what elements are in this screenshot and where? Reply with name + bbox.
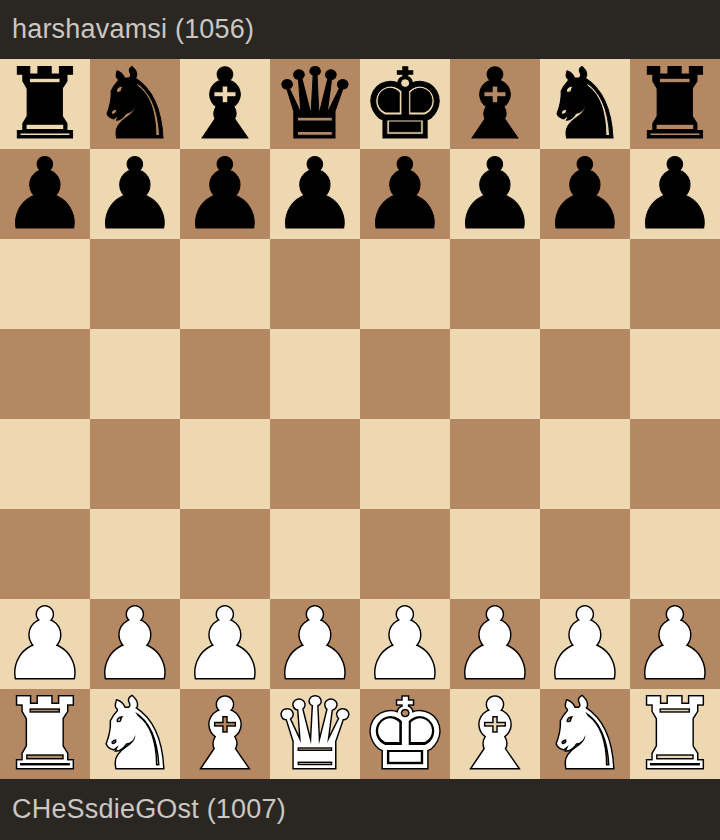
square-d7[interactable]: ♟ — [270, 149, 360, 239]
square-f4[interactable] — [450, 419, 540, 509]
square-c4[interactable] — [180, 419, 270, 509]
black-pawn[interactable]: ♟ — [271, 149, 359, 239]
square-a3[interactable] — [0, 509, 90, 599]
square-e5[interactable] — [360, 329, 450, 419]
black-pawn[interactable]: ♟ — [1, 149, 89, 239]
white-knight[interactable]: ♞ — [541, 689, 629, 779]
black-pawn[interactable]: ♟ — [181, 149, 269, 239]
square-e7[interactable]: ♟ — [360, 149, 450, 239]
black-pawn[interactable]: ♟ — [91, 149, 179, 239]
white-pawn[interactable]: ♟ — [1, 599, 89, 689]
square-h8[interactable]: ♜ — [630, 59, 720, 149]
square-h5[interactable] — [630, 329, 720, 419]
square-g1[interactable]: ♞ — [540, 689, 630, 779]
white-pawn[interactable]: ♟ — [91, 599, 179, 689]
white-king[interactable]: ♚ — [361, 689, 449, 779]
square-b3[interactable] — [90, 509, 180, 599]
square-d4[interactable] — [270, 419, 360, 509]
white-pawn[interactable]: ♟ — [271, 599, 359, 689]
black-rook[interactable]: ♜ — [1, 59, 89, 149]
square-b7[interactable]: ♟ — [90, 149, 180, 239]
white-pawn[interactable]: ♟ — [361, 599, 449, 689]
square-b8[interactable]: ♞ — [90, 59, 180, 149]
square-d6[interactable] — [270, 239, 360, 329]
white-queen[interactable]: ♛ — [271, 689, 359, 779]
black-bishop[interactable]: ♝ — [181, 59, 269, 149]
square-e4[interactable] — [360, 419, 450, 509]
square-h1[interactable]: ♜ — [630, 689, 720, 779]
square-e1[interactable]: ♚ — [360, 689, 450, 779]
black-knight[interactable]: ♞ — [91, 59, 179, 149]
square-a6[interactable] — [0, 239, 90, 329]
square-h3[interactable] — [630, 509, 720, 599]
white-bishop[interactable]: ♝ — [451, 689, 539, 779]
square-a7[interactable]: ♟ — [0, 149, 90, 239]
white-pawn[interactable]: ♟ — [181, 599, 269, 689]
square-b5[interactable] — [90, 329, 180, 419]
top-player-name-rating: harshavamsi (1056) — [12, 14, 254, 45]
square-g8[interactable]: ♞ — [540, 59, 630, 149]
black-king[interactable]: ♚ — [361, 59, 449, 149]
square-c1[interactable]: ♝ — [180, 689, 270, 779]
black-pawn[interactable]: ♟ — [451, 149, 539, 239]
square-g3[interactable] — [540, 509, 630, 599]
square-f2[interactable]: ♟ — [450, 599, 540, 689]
square-h4[interactable] — [630, 419, 720, 509]
square-f7[interactable]: ♟ — [450, 149, 540, 239]
square-h7[interactable]: ♟ — [630, 149, 720, 239]
white-rook[interactable]: ♜ — [631, 689, 719, 779]
square-b1[interactable]: ♞ — [90, 689, 180, 779]
square-h2[interactable]: ♟ — [630, 599, 720, 689]
black-pawn[interactable]: ♟ — [361, 149, 449, 239]
square-c7[interactable]: ♟ — [180, 149, 270, 239]
chess-board: ♜♞♝♛♚♝♞♜♟♟♟♟♟♟♟♟♟♟♟♟♟♟♟♟♜♞♝♛♚♝♞♜ — [0, 59, 720, 779]
square-b4[interactable] — [90, 419, 180, 509]
white-rook[interactable]: ♜ — [1, 689, 89, 779]
square-f8[interactable]: ♝ — [450, 59, 540, 149]
square-g2[interactable]: ♟ — [540, 599, 630, 689]
square-h6[interactable] — [630, 239, 720, 329]
white-pawn[interactable]: ♟ — [631, 599, 719, 689]
white-pawn[interactable]: ♟ — [541, 599, 629, 689]
square-c5[interactable] — [180, 329, 270, 419]
black-queen[interactable]: ♛ — [271, 59, 359, 149]
square-d8[interactable]: ♛ — [270, 59, 360, 149]
square-b2[interactable]: ♟ — [90, 599, 180, 689]
black-bishop[interactable]: ♝ — [451, 59, 539, 149]
square-d2[interactable]: ♟ — [270, 599, 360, 689]
white-bishop[interactable]: ♝ — [181, 689, 269, 779]
square-c2[interactable]: ♟ — [180, 599, 270, 689]
black-knight[interactable]: ♞ — [541, 59, 629, 149]
square-d5[interactable] — [270, 329, 360, 419]
square-a5[interactable] — [0, 329, 90, 419]
square-f1[interactable]: ♝ — [450, 689, 540, 779]
square-f6[interactable] — [450, 239, 540, 329]
square-c3[interactable] — [180, 509, 270, 599]
bottom-player-name-rating: CHeSsdieGOst (1007) — [12, 794, 286, 825]
black-pawn[interactable]: ♟ — [631, 149, 719, 239]
square-c8[interactable]: ♝ — [180, 59, 270, 149]
square-f3[interactable] — [450, 509, 540, 599]
square-a8[interactable]: ♜ — [0, 59, 90, 149]
square-d1[interactable]: ♛ — [270, 689, 360, 779]
square-a2[interactable]: ♟ — [0, 599, 90, 689]
white-pawn[interactable]: ♟ — [451, 599, 539, 689]
square-d3[interactable] — [270, 509, 360, 599]
square-b6[interactable] — [90, 239, 180, 329]
square-c6[interactable] — [180, 239, 270, 329]
square-g6[interactable] — [540, 239, 630, 329]
black-pawn[interactable]: ♟ — [541, 149, 629, 239]
square-g5[interactable] — [540, 329, 630, 419]
square-e6[interactable] — [360, 239, 450, 329]
square-a1[interactable]: ♜ — [0, 689, 90, 779]
square-e8[interactable]: ♚ — [360, 59, 450, 149]
square-g7[interactable]: ♟ — [540, 149, 630, 239]
square-e3[interactable] — [360, 509, 450, 599]
square-f5[interactable] — [450, 329, 540, 419]
black-rook[interactable]: ♜ — [631, 59, 719, 149]
white-knight[interactable]: ♞ — [91, 689, 179, 779]
square-a4[interactable] — [0, 419, 90, 509]
square-g4[interactable] — [540, 419, 630, 509]
square-e2[interactable]: ♟ — [360, 599, 450, 689]
